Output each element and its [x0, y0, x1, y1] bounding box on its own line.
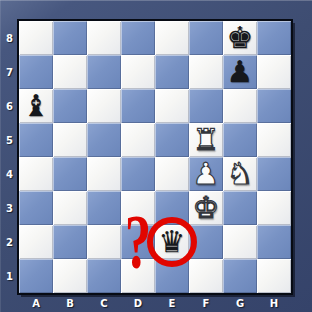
white-knight[interactable]: ♞ — [227, 157, 254, 191]
square-a6[interactable]: ♝ — [19, 89, 53, 123]
file-label-h: H — [257, 296, 291, 310]
square-d7[interactable] — [121, 55, 155, 89]
chess-board[interactable]: ♚♟♝♜♟♞♚♛ — [19, 21, 291, 293]
square-f2[interactable] — [189, 225, 223, 259]
square-g7[interactable]: ♟ — [223, 55, 257, 89]
square-c6[interactable] — [87, 89, 121, 123]
square-b3[interactable] — [53, 191, 87, 225]
square-c5[interactable] — [87, 123, 121, 157]
square-a8[interactable] — [19, 21, 53, 55]
square-c4[interactable] — [87, 157, 121, 191]
chess-diagram-frame: ♚♟♝♜♟♞♚♛ 87654321 ABCDEFGH ? — [0, 0, 312, 312]
square-g4[interactable]: ♞ — [223, 157, 257, 191]
square-c2[interactable] — [87, 225, 121, 259]
rank-label-6: 6 — [0, 89, 19, 123]
rank-label-7: 7 — [0, 55, 19, 89]
square-g1[interactable] — [223, 259, 257, 293]
file-label-a: A — [19, 296, 53, 310]
square-h2[interactable] — [257, 225, 291, 259]
rank-label-8: 8 — [0, 21, 19, 55]
square-h6[interactable] — [257, 89, 291, 123]
square-b5[interactable] — [53, 123, 87, 157]
square-a3[interactable] — [19, 191, 53, 225]
square-d1[interactable] — [121, 259, 155, 293]
file-label-f: F — [189, 296, 223, 310]
black-queen[interactable]: ♛ — [159, 225, 186, 259]
square-b6[interactable] — [53, 89, 87, 123]
square-e7[interactable] — [155, 55, 189, 89]
square-c1[interactable] — [87, 259, 121, 293]
file-label-c: C — [87, 296, 121, 310]
rank-label-3: 3 — [0, 191, 19, 225]
square-h7[interactable] — [257, 55, 291, 89]
square-b4[interactable] — [53, 157, 87, 191]
square-f7[interactable] — [189, 55, 223, 89]
rank-label-5: 5 — [0, 123, 19, 157]
square-d6[interactable] — [121, 89, 155, 123]
file-label-g: G — [223, 296, 257, 310]
file-label-d: D — [121, 296, 155, 310]
rank-label-2: 2 — [0, 225, 19, 259]
square-f1[interactable] — [189, 259, 223, 293]
square-f5[interactable]: ♜ — [189, 123, 223, 157]
square-e2[interactable]: ♛ — [155, 225, 189, 259]
square-d5[interactable] — [121, 123, 155, 157]
square-h5[interactable] — [257, 123, 291, 157]
square-d8[interactable] — [121, 21, 155, 55]
square-d4[interactable] — [121, 157, 155, 191]
square-b1[interactable] — [53, 259, 87, 293]
square-a5[interactable] — [19, 123, 53, 157]
square-h4[interactable] — [257, 157, 291, 191]
square-f3[interactable]: ♚ — [189, 191, 223, 225]
black-bishop[interactable]: ♝ — [23, 89, 50, 123]
square-b8[interactable] — [53, 21, 87, 55]
square-f8[interactable] — [189, 21, 223, 55]
square-e6[interactable] — [155, 89, 189, 123]
square-g6[interactable] — [223, 89, 257, 123]
square-e8[interactable] — [155, 21, 189, 55]
black-king[interactable]: ♚ — [227, 21, 254, 55]
square-a4[interactable] — [19, 157, 53, 191]
square-g5[interactable] — [223, 123, 257, 157]
file-label-b: B — [53, 296, 87, 310]
square-b2[interactable] — [53, 225, 87, 259]
square-a2[interactable] — [19, 225, 53, 259]
rank-label-4: 4 — [0, 157, 19, 191]
square-g8[interactable]: ♚ — [223, 21, 257, 55]
square-e3[interactable] — [155, 191, 189, 225]
square-a7[interactable] — [19, 55, 53, 89]
square-g2[interactable] — [223, 225, 257, 259]
square-h1[interactable] — [257, 259, 291, 293]
black-pawn[interactable]: ♟ — [227, 55, 254, 89]
square-b7[interactable] — [53, 55, 87, 89]
square-e4[interactable] — [155, 157, 189, 191]
file-label-e: E — [155, 296, 189, 310]
square-g3[interactable] — [223, 191, 257, 225]
square-d2[interactable] — [121, 225, 155, 259]
square-f4[interactable]: ♟ — [189, 157, 223, 191]
square-e1[interactable] — [155, 259, 189, 293]
square-c7[interactable] — [87, 55, 121, 89]
white-pawn[interactable]: ♟ — [193, 157, 220, 191]
square-c8[interactable] — [87, 21, 121, 55]
square-h3[interactable] — [257, 191, 291, 225]
white-king[interactable]: ♚ — [193, 191, 220, 225]
white-rook[interactable]: ♜ — [193, 123, 220, 157]
square-c3[interactable] — [87, 191, 121, 225]
square-d3[interactable] — [121, 191, 155, 225]
square-h8[interactable] — [257, 21, 291, 55]
square-a1[interactable] — [19, 259, 53, 293]
rank-label-1: 1 — [0, 259, 19, 293]
square-e5[interactable] — [155, 123, 189, 157]
square-f6[interactable] — [189, 89, 223, 123]
